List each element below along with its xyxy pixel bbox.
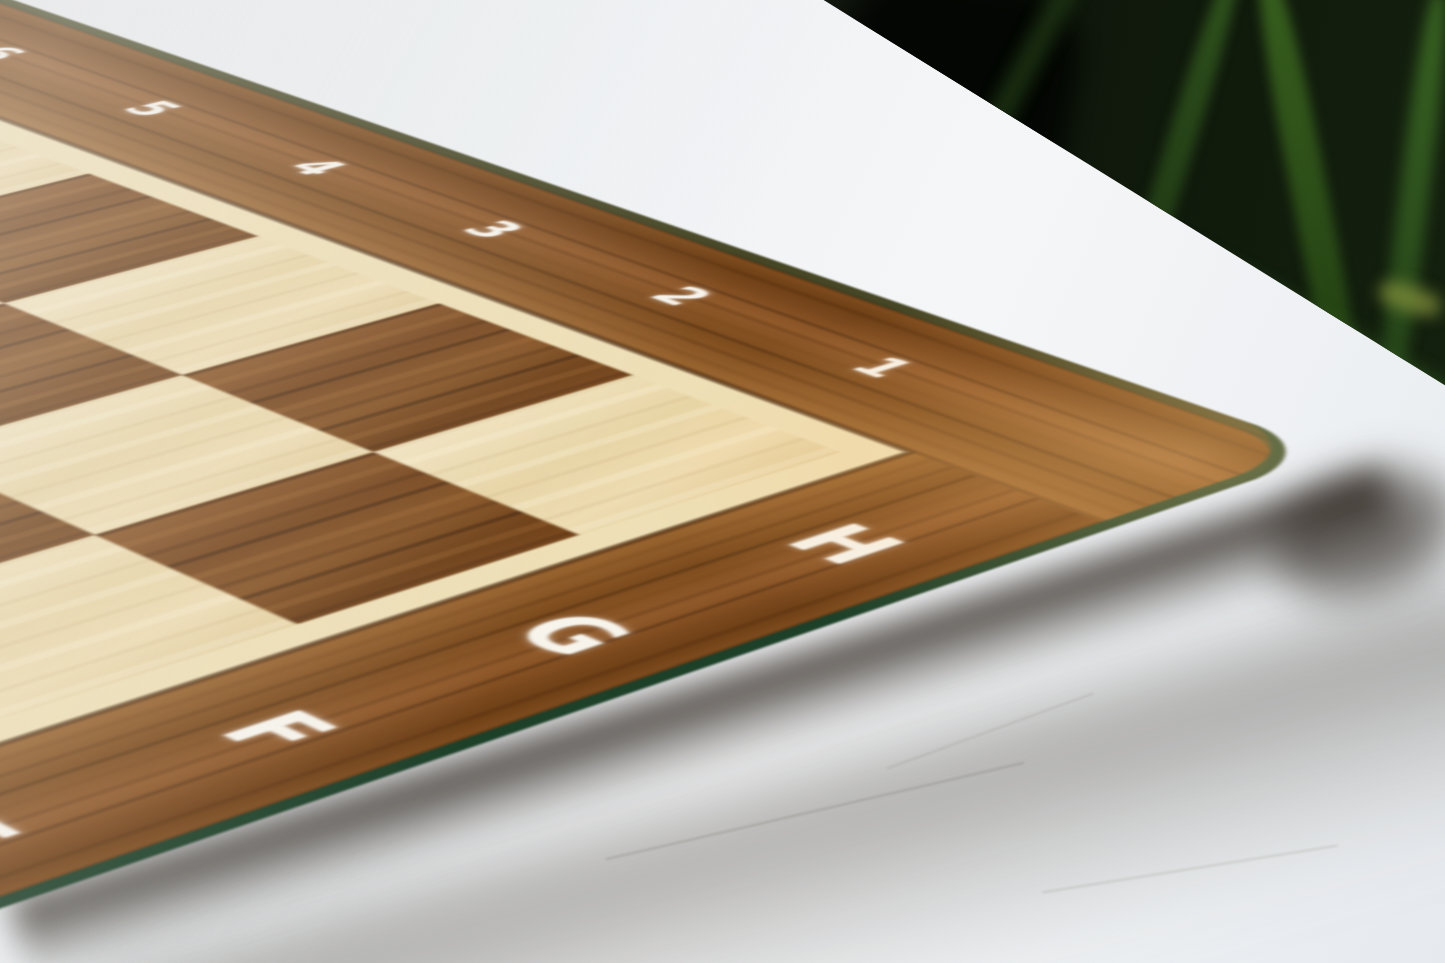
photo-scene: ABCDEFGH 12345678 <box>0 0 1445 963</box>
